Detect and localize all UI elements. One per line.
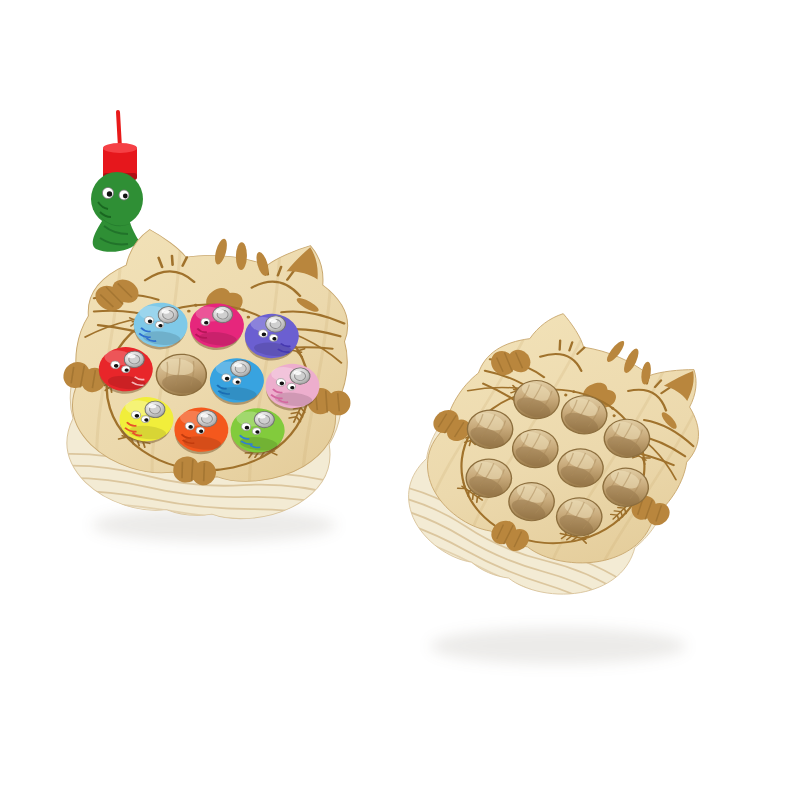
fishing-line [118,112,120,148]
board-shadow [430,628,686,664]
cat-board-with-fish [26,212,390,555]
float-top [103,143,137,153]
cat-board-empty [347,278,762,648]
product-photo [0,0,800,800]
